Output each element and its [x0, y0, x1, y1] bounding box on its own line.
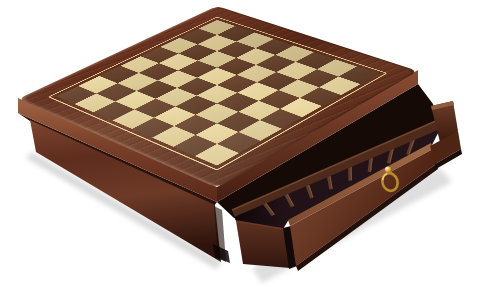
drawer-pull-stud-glint	[386, 167, 388, 169]
drawer-pull-stud	[385, 166, 391, 172]
chessboard-case-photo	[0, 0, 480, 289]
